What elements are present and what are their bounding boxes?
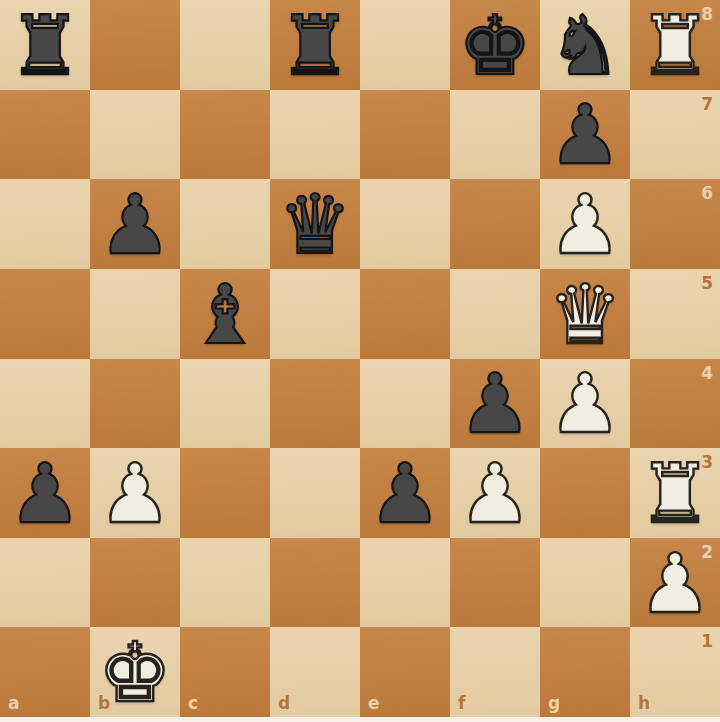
white-pawn-piece[interactable]: ♟ xyxy=(630,539,720,628)
square-c4[interactable] xyxy=(180,359,270,449)
square-d1[interactable]: d xyxy=(270,627,360,717)
square-c6[interactable] xyxy=(180,179,270,269)
square-f6[interactable] xyxy=(450,179,540,269)
square-a6[interactable] xyxy=(0,179,90,269)
square-h5[interactable]: 5 xyxy=(630,269,720,359)
white-rook-piece[interactable]: ♜ xyxy=(630,449,720,538)
black-rook-piece[interactable]: ♜ xyxy=(270,1,360,90)
black-knight-piece[interactable]: ♞ xyxy=(540,1,630,90)
square-h6[interactable]: 6 xyxy=(630,179,720,269)
square-a2[interactable] xyxy=(0,538,90,628)
white-pawn-piece[interactable]: ♟ xyxy=(540,180,630,269)
square-f3[interactable]: ♟ xyxy=(450,448,540,538)
black-queen-piece[interactable]: ♛ xyxy=(270,180,360,269)
chess-board: ♜♜♚♞8♜♟7♟♛♟6♝♛5♟♟4♟♟♟♟3♜2♟ab♚cdefg1h xyxy=(0,0,720,717)
square-a3[interactable]: ♟ xyxy=(0,448,90,538)
rank-label-1: 1 xyxy=(701,633,713,650)
square-e2[interactable] xyxy=(360,538,450,628)
square-d7[interactable] xyxy=(270,90,360,180)
square-e5[interactable] xyxy=(360,269,450,359)
square-h4[interactable]: 4 xyxy=(630,359,720,449)
square-h1[interactable]: 1h xyxy=(630,627,720,717)
black-pawn-piece[interactable]: ♟ xyxy=(0,449,90,538)
square-f1[interactable]: f xyxy=(450,627,540,717)
square-b1[interactable]: b♚ xyxy=(90,627,180,717)
black-pawn-piece[interactable]: ♟ xyxy=(540,91,630,180)
black-king-piece[interactable]: ♚ xyxy=(450,1,540,90)
white-pawn-piece[interactable]: ♟ xyxy=(540,360,630,449)
square-f5[interactable] xyxy=(450,269,540,359)
square-h3[interactable]: 3♜ xyxy=(630,448,720,538)
white-pawn-piece[interactable]: ♟ xyxy=(90,449,180,538)
square-c2[interactable] xyxy=(180,538,270,628)
square-e4[interactable] xyxy=(360,359,450,449)
square-e3[interactable]: ♟ xyxy=(360,448,450,538)
square-f4[interactable]: ♟ xyxy=(450,359,540,449)
chess-board-wrapper: ♜♜♚♞8♜♟7♟♛♟6♝♛5♟♟4♟♟♟♟3♜2♟ab♚cdefg1h xyxy=(0,0,720,722)
file-label-a: a xyxy=(8,695,19,712)
square-e1[interactable]: e xyxy=(360,627,450,717)
file-label-c: c xyxy=(188,695,198,712)
file-label-d: d xyxy=(278,695,290,712)
square-g1[interactable]: g xyxy=(540,627,630,717)
square-c5[interactable]: ♝ xyxy=(180,269,270,359)
square-g5[interactable]: ♛ xyxy=(540,269,630,359)
square-a4[interactable] xyxy=(0,359,90,449)
square-b5[interactable] xyxy=(90,269,180,359)
square-g8[interactable]: ♞ xyxy=(540,0,630,90)
black-rook-piece[interactable]: ♜ xyxy=(0,1,90,90)
square-g6[interactable]: ♟ xyxy=(540,179,630,269)
white-queen-piece[interactable]: ♛ xyxy=(540,270,630,359)
rank-label-7: 7 xyxy=(701,96,713,113)
rank-label-5: 5 xyxy=(701,275,713,292)
file-label-g: g xyxy=(548,695,560,712)
square-d8[interactable]: ♜ xyxy=(270,0,360,90)
square-h7[interactable]: 7 xyxy=(630,90,720,180)
square-c3[interactable] xyxy=(180,448,270,538)
square-h2[interactable]: 2♟ xyxy=(630,538,720,628)
square-a5[interactable] xyxy=(0,269,90,359)
white-pawn-piece[interactable]: ♟ xyxy=(450,449,540,538)
square-c1[interactable]: c xyxy=(180,627,270,717)
square-b8[interactable] xyxy=(90,0,180,90)
square-f8[interactable]: ♚ xyxy=(450,0,540,90)
square-d2[interactable] xyxy=(270,538,360,628)
rank-label-6: 6 xyxy=(701,185,713,202)
square-e7[interactable] xyxy=(360,90,450,180)
black-bishop-piece[interactable]: ♝ xyxy=(180,270,270,359)
square-e8[interactable] xyxy=(360,0,450,90)
file-label-e: e xyxy=(368,695,380,712)
square-g4[interactable]: ♟ xyxy=(540,359,630,449)
white-rook-piece[interactable]: ♜ xyxy=(630,1,720,90)
black-pawn-piece[interactable]: ♟ xyxy=(450,360,540,449)
square-b7[interactable] xyxy=(90,90,180,180)
white-king-piece[interactable]: ♚ xyxy=(90,628,180,717)
square-e6[interactable] xyxy=(360,179,450,269)
square-g2[interactable] xyxy=(540,538,630,628)
square-d3[interactable] xyxy=(270,448,360,538)
square-d6[interactable]: ♛ xyxy=(270,179,360,269)
square-g3[interactable] xyxy=(540,448,630,538)
square-f2[interactable] xyxy=(450,538,540,628)
square-d4[interactable] xyxy=(270,359,360,449)
square-b2[interactable] xyxy=(90,538,180,628)
square-c8[interactable] xyxy=(180,0,270,90)
square-b3[interactable]: ♟ xyxy=(90,448,180,538)
file-label-f: f xyxy=(458,695,465,712)
square-h8[interactable]: 8♜ xyxy=(630,0,720,90)
black-pawn-piece[interactable]: ♟ xyxy=(360,449,450,538)
square-a8[interactable]: ♜ xyxy=(0,0,90,90)
square-a1[interactable]: a xyxy=(0,627,90,717)
bottom-strip xyxy=(0,717,720,722)
rank-label-4: 4 xyxy=(701,365,713,382)
square-c7[interactable] xyxy=(180,90,270,180)
file-label-h: h xyxy=(638,695,650,712)
square-a7[interactable] xyxy=(0,90,90,180)
square-b4[interactable] xyxy=(90,359,180,449)
square-g7[interactable]: ♟ xyxy=(540,90,630,180)
square-b6[interactable]: ♟ xyxy=(90,179,180,269)
square-d5[interactable] xyxy=(270,269,360,359)
black-pawn-piece[interactable]: ♟ xyxy=(90,180,180,269)
square-f7[interactable] xyxy=(450,90,540,180)
